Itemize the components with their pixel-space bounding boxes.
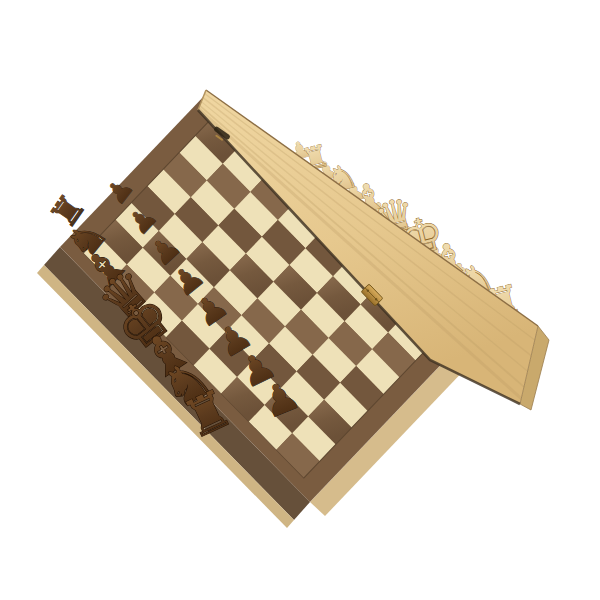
product-photo-chess-set: Wooden folding magnetic chess set displa… xyxy=(0,0,600,600)
chess-set-scene: ♟♟♟♟♟♟♟♟♜♞♝♛♚♝♞♜ ♟♟♟♟♟♟♟♟♜♞♝♛♚♝♞♜ xyxy=(0,0,600,600)
